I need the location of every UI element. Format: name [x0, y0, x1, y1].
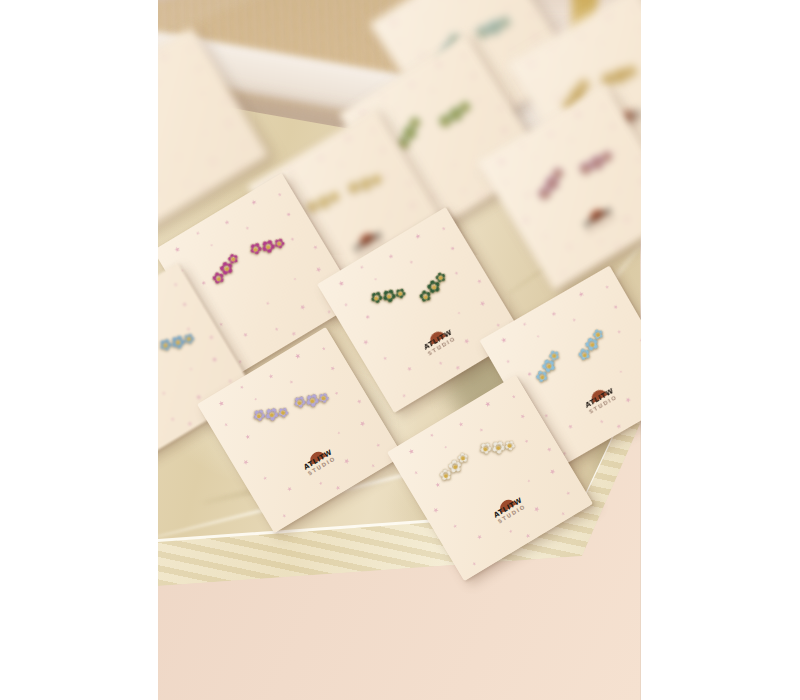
printed-star-icon: ★	[638, 336, 641, 344]
printed-star-icon: ★	[615, 423, 622, 431]
printed-star-icon: ★	[414, 232, 423, 241]
printed-star-icon: ★	[550, 310, 556, 317]
printed-star-icon: ★	[451, 162, 458, 169]
printed-star-icon: ★	[358, 419, 367, 428]
photo: ★★★★★★★★★★★★★★★★★★★★★★★★★★★★★★★★★★★★★★★★…	[158, 0, 641, 700]
printed-star-icon: ★	[452, 523, 457, 529]
printed-star-icon: ★	[408, 201, 417, 210]
printed-star-icon: ★	[210, 355, 219, 364]
printed-star-icon: ★	[497, 158, 505, 167]
printed-star-icon: ★	[461, 188, 467, 194]
printed-star-icon: ★	[274, 326, 280, 332]
printed-star-icon: ★	[158, 185, 159, 193]
flower-gem-icon: ✿	[370, 171, 384, 186]
right-earring: ✿✿✿	[476, 429, 523, 471]
printed-star-icon: ★	[160, 52, 169, 61]
printed-star-icon: ★	[519, 142, 526, 149]
brand-logo: ATLITWSTUDIO	[482, 488, 534, 529]
printed-star-icon: ★	[430, 87, 436, 93]
printed-star-icon: ★	[337, 280, 345, 289]
printed-star-icon: ★	[290, 330, 297, 338]
printed-star-icon: ★	[209, 157, 218, 166]
printed-star-icon: ★	[471, 561, 478, 568]
printed-star-icon: ★	[609, 122, 617, 130]
printed-star-icon: ★	[479, 138, 484, 143]
printed-star-icon: ★	[527, 479, 532, 484]
flower-gem-icon: ✿	[498, 14, 511, 29]
printed-star-icon: ★	[618, 369, 623, 374]
printed-star-icon: ★	[533, 505, 542, 514]
printed-star-icon: ★	[334, 390, 340, 396]
printed-star-icon: ★	[418, 51, 425, 58]
printed-star-icon: ★	[500, 126, 509, 135]
printed-star-icon: ★	[200, 90, 206, 96]
printed-star-icon: ★	[265, 300, 272, 307]
printed-star-icon: ★	[533, 82, 539, 89]
printed-star-icon: ★	[173, 246, 181, 255]
printed-star-icon: ★	[462, 53, 467, 59]
printed-star-icon: ★	[438, 360, 444, 366]
printed-star-icon: ★	[549, 44, 556, 51]
printed-star-icon: ★	[531, 33, 540, 42]
printed-star-icon: ★	[362, 338, 371, 347]
printed-star-icon: ★	[565, 490, 571, 496]
printed-star-icon: ★	[312, 243, 320, 251]
printed-star-icon: ★	[200, 184, 207, 192]
printed-star-icon: ★	[460, 0, 466, 2]
printed-star-icon: ★	[561, 271, 568, 278]
printed-star-icon: ★	[567, 423, 575, 431]
printed-star-icon: ★	[208, 333, 216, 341]
printed-star-icon: ★	[476, 533, 484, 541]
printed-star-icon: ★	[239, 384, 246, 391]
printed-star-icon: ★	[396, 40, 402, 47]
printed-star-icon: ★	[598, 238, 604, 244]
printed-star-icon: ★	[484, 400, 493, 409]
brand-logo: ATLITWSTUDIO	[412, 320, 464, 361]
printed-star-icon: ★	[624, 396, 633, 405]
printed-star-icon: ★	[547, 130, 553, 137]
printed-star-icon: ★	[574, 110, 583, 119]
printed-star-icon: ★	[406, 179, 414, 187]
printed-star-icon: ★	[195, 64, 203, 72]
printed-star-icon: ★	[524, 438, 530, 444]
printed-star-icon: ★	[218, 321, 223, 327]
printed-star-icon: ★	[527, 60, 535, 69]
printed-star-icon: ★	[425, 14, 430, 19]
printed-star-icon: ★	[577, 32, 583, 39]
flower-gem-icon: ✿	[328, 189, 341, 204]
printed-star-icon: ★	[639, 24, 641, 32]
printed-star-icon: ★	[317, 154, 323, 161]
printed-star-icon: ★	[500, 336, 508, 345]
printed-star-icon: ★	[242, 331, 250, 339]
flower-gem-icon: ✿	[601, 149, 613, 163]
printed-star-icon: ★	[242, 458, 251, 467]
printed-star-icon: ★	[505, 5, 511, 11]
printed-star-icon: ★	[217, 400, 225, 409]
printed-star-icon: ★	[209, 243, 214, 248]
printed-star-icon: ★	[413, 470, 419, 477]
printed-star-icon: ★	[277, 192, 282, 197]
printed-star-icon: ★	[542, 233, 547, 239]
printed-star-icon: ★	[407, 448, 415, 457]
printed-star-icon: ★	[387, 213, 392, 218]
printed-star-icon: ★	[337, 431, 342, 436]
printed-star-icon: ★	[293, 277, 298, 282]
printed-star-icon: ★	[454, 364, 461, 372]
printed-star-icon: ★	[244, 433, 251, 440]
brand-logo: ATLITWSTUDIO	[574, 379, 626, 420]
printed-star-icon: ★	[253, 397, 258, 402]
printed-star-icon: ★	[524, 532, 531, 540]
printed-star-icon: ★	[524, 191, 531, 198]
printed-star-icon: ★	[343, 302, 349, 309]
printed-star-icon: ★	[546, 445, 554, 453]
printed-star-icon: ★	[476, 277, 484, 285]
left-earring: ✿✿✿	[305, 188, 347, 222]
right-earring: ✿✿✿	[345, 168, 389, 204]
printed-star-icon: ★	[533, 155, 538, 160]
printed-star-icon: ★	[387, 252, 393, 259]
printed-star-icon: ★	[429, 432, 436, 439]
printed-star-icon: ★	[612, 303, 620, 311]
printed-star-icon: ★	[449, 244, 457, 252]
printed-star-icon: ★	[432, 506, 441, 515]
right-earring: ✿✿✿	[475, 13, 517, 47]
printed-star-icon: ★	[334, 484, 341, 492]
left-earring: ✿✿✿	[436, 451, 479, 486]
printed-star-icon: ★	[406, 365, 414, 373]
printed-star-icon: ★	[519, 412, 527, 420]
printed-star-icon: ★	[175, 154, 182, 161]
printed-star-icon: ★	[241, 142, 247, 148]
printed-star-icon: ★	[410, 2, 417, 9]
printed-star-icon: ★	[443, 445, 448, 450]
printed-star-icon: ★	[457, 420, 463, 427]
printed-star-icon: ★	[478, 299, 487, 308]
printed-star-icon: ★	[244, 225, 250, 231]
printed-star-icon: ★	[236, 163, 242, 170]
printed-star-icon: ★	[186, 420, 193, 428]
printed-star-icon: ★	[441, 226, 446, 231]
printed-star-icon: ★	[408, 259, 414, 265]
printed-star-icon: ★	[303, 179, 308, 184]
printed-star-icon: ★	[497, 104, 505, 112]
printed-star-icon: ★	[380, 93, 387, 100]
printed-star-icon: ★	[505, 358, 511, 365]
printed-star-icon: ★	[321, 346, 326, 351]
printed-star-icon: ★	[503, 180, 509, 187]
right-earring: ✿✿✿	[158, 326, 202, 365]
printed-star-icon: ★	[560, 511, 566, 518]
printed-star-icon: ★	[299, 303, 308, 312]
printed-star-icon: ★	[158, 79, 160, 85]
printed-star-icon: ★	[343, 457, 352, 466]
screenshot-canvas: ★★★★★★★★★★★★★★★★★★★★★★★★★★★★★★★★★★★★★★★★…	[0, 0, 800, 700]
printed-star-icon: ★	[527, 11, 535, 19]
printed-star-icon: ★	[395, 106, 400, 111]
flower-gem-icon: ✿	[182, 331, 197, 347]
printed-star-icon: ★	[511, 394, 516, 399]
printed-star-icon: ★	[338, 161, 344, 167]
flower-gem-icon: ✿	[456, 450, 469, 465]
printed-star-icon: ★	[203, 131, 208, 136]
printed-star-icon: ★	[223, 422, 229, 429]
printed-star-icon: ★	[187, 46, 192, 51]
printed-star-icon: ★	[267, 372, 273, 379]
printed-star-icon: ★	[371, 128, 376, 133]
printed-star-icon: ★	[463, 337, 472, 346]
right-earring: ✿✿✿	[290, 383, 336, 424]
printed-star-icon: ★	[631, 6, 636, 11]
printed-star-icon: ★	[294, 352, 303, 361]
printed-star-icon: ★	[614, 242, 621, 250]
printed-star-icon: ★	[601, 104, 606, 109]
printed-star-icon: ★	[434, 60, 443, 69]
printed-star-icon: ★	[344, 134, 353, 143]
printed-star-icon: ★	[623, 215, 632, 224]
printed-star-icon: ★	[477, 191, 484, 199]
printed-star-icon: ★	[390, 18, 399, 27]
printed-star-icon: ★	[598, 39, 604, 45]
printed-star-icon: ★	[329, 364, 337, 372]
printed-star-icon: ★	[356, 397, 364, 405]
printed-star-icon: ★	[200, 279, 207, 286]
printed-star-icon: ★	[616, 329, 622, 335]
printed-star-icon: ★	[605, 284, 610, 289]
printed-star-icon: ★	[401, 393, 408, 400]
brand-logo: ATLITWSTUDIO	[292, 440, 344, 481]
printed-star-icon: ★	[375, 442, 381, 448]
brand-logo: ATLITWSTUDIO	[572, 198, 624, 239]
printed-star-icon: ★	[522, 216, 531, 225]
printed-star-icon: ★	[359, 264, 366, 271]
printed-star-icon: ★	[408, 81, 415, 88]
printed-star-icon: ★	[638, 177, 641, 186]
printed-star-icon: ★	[285, 210, 293, 218]
left-earring: ✿✿✿	[532, 164, 578, 205]
printed-star-icon: ★	[536, 334, 541, 339]
right-earring: ✿✿✿	[579, 150, 619, 181]
printed-star-icon: ★	[617, 189, 622, 194]
printed-star-icon: ★	[548, 467, 557, 476]
printed-star-icon: ★	[382, 355, 387, 361]
right-earring: ✿✿✿	[246, 230, 292, 270]
right-earring: ✿✿✿	[414, 270, 459, 308]
printed-star-icon: ★	[577, 290, 586, 299]
printed-star-icon: ★	[478, 427, 484, 433]
printed-star-icon: ★	[314, 265, 323, 274]
printed-star-icon: ★	[223, 218, 229, 225]
printed-star-icon: ★	[184, 180, 190, 186]
printed-star-icon: ★	[195, 230, 202, 237]
printed-star-icon: ★	[521, 321, 528, 328]
right-earring: ✿✿✿	[438, 102, 477, 131]
left-earring: ✿✿✿	[367, 278, 413, 319]
printed-star-icon: ★	[370, 463, 376, 470]
flower-gem-icon: ✿	[434, 269, 448, 285]
printed-star-icon: ★	[181, 300, 189, 308]
printed-star-icon: ★	[250, 198, 259, 207]
printed-star-icon: ★	[224, 119, 233, 128]
printed-star-icon: ★	[566, 243, 574, 251]
printed-star-icon: ★	[457, 311, 462, 316]
printed-star-icon: ★	[281, 513, 288, 520]
left-earring: ✿✿✿	[207, 251, 252, 290]
printed-star-icon: ★	[290, 236, 296, 242]
printed-star-icon: ★	[170, 416, 176, 422]
printed-star-icon: ★	[286, 485, 294, 493]
flower-gem-icon: ✿	[459, 100, 470, 113]
printed-star-icon: ★	[262, 475, 267, 481]
printed-star-icon: ★	[508, 528, 514, 534]
printed-star-icon: ★	[318, 480, 324, 486]
printed-star-icon: ★	[289, 166, 296, 173]
printed-star-icon: ★	[222, 97, 230, 105]
printed-star-icon: ★	[189, 367, 194, 372]
printed-star-icon: ★	[544, 413, 549, 419]
printed-star-icon: ★	[563, 57, 568, 62]
printed-star-icon: ★	[288, 379, 294, 385]
printed-star-icon: ★	[568, 137, 574, 143]
printed-star-icon: ★	[161, 390, 168, 397]
flower-gem-icon: ✿	[624, 63, 638, 78]
printed-star-icon: ★	[571, 317, 577, 323]
printed-star-icon: ★	[636, 155, 641, 163]
printed-star-icon: ★	[599, 419, 605, 425]
printed-star-icon: ★	[604, 12, 613, 21]
cards-layer: ★★★★★★★★★★★★★★★★★★★★★★★★★★★★★★★★★★★★★★★★…	[158, 0, 641, 700]
printed-star-icon: ★	[379, 146, 387, 154]
printed-star-icon: ★	[173, 282, 178, 287]
printed-star-icon: ★	[470, 72, 478, 80]
printed-star-icon: ★	[454, 270, 460, 276]
right-earring: ✿✿✿	[572, 326, 618, 366]
printed-star-icon: ★	[364, 313, 371, 320]
left-earring: ✿✿✿	[528, 346, 574, 388]
left-earring: ✿✿✿	[249, 396, 296, 438]
